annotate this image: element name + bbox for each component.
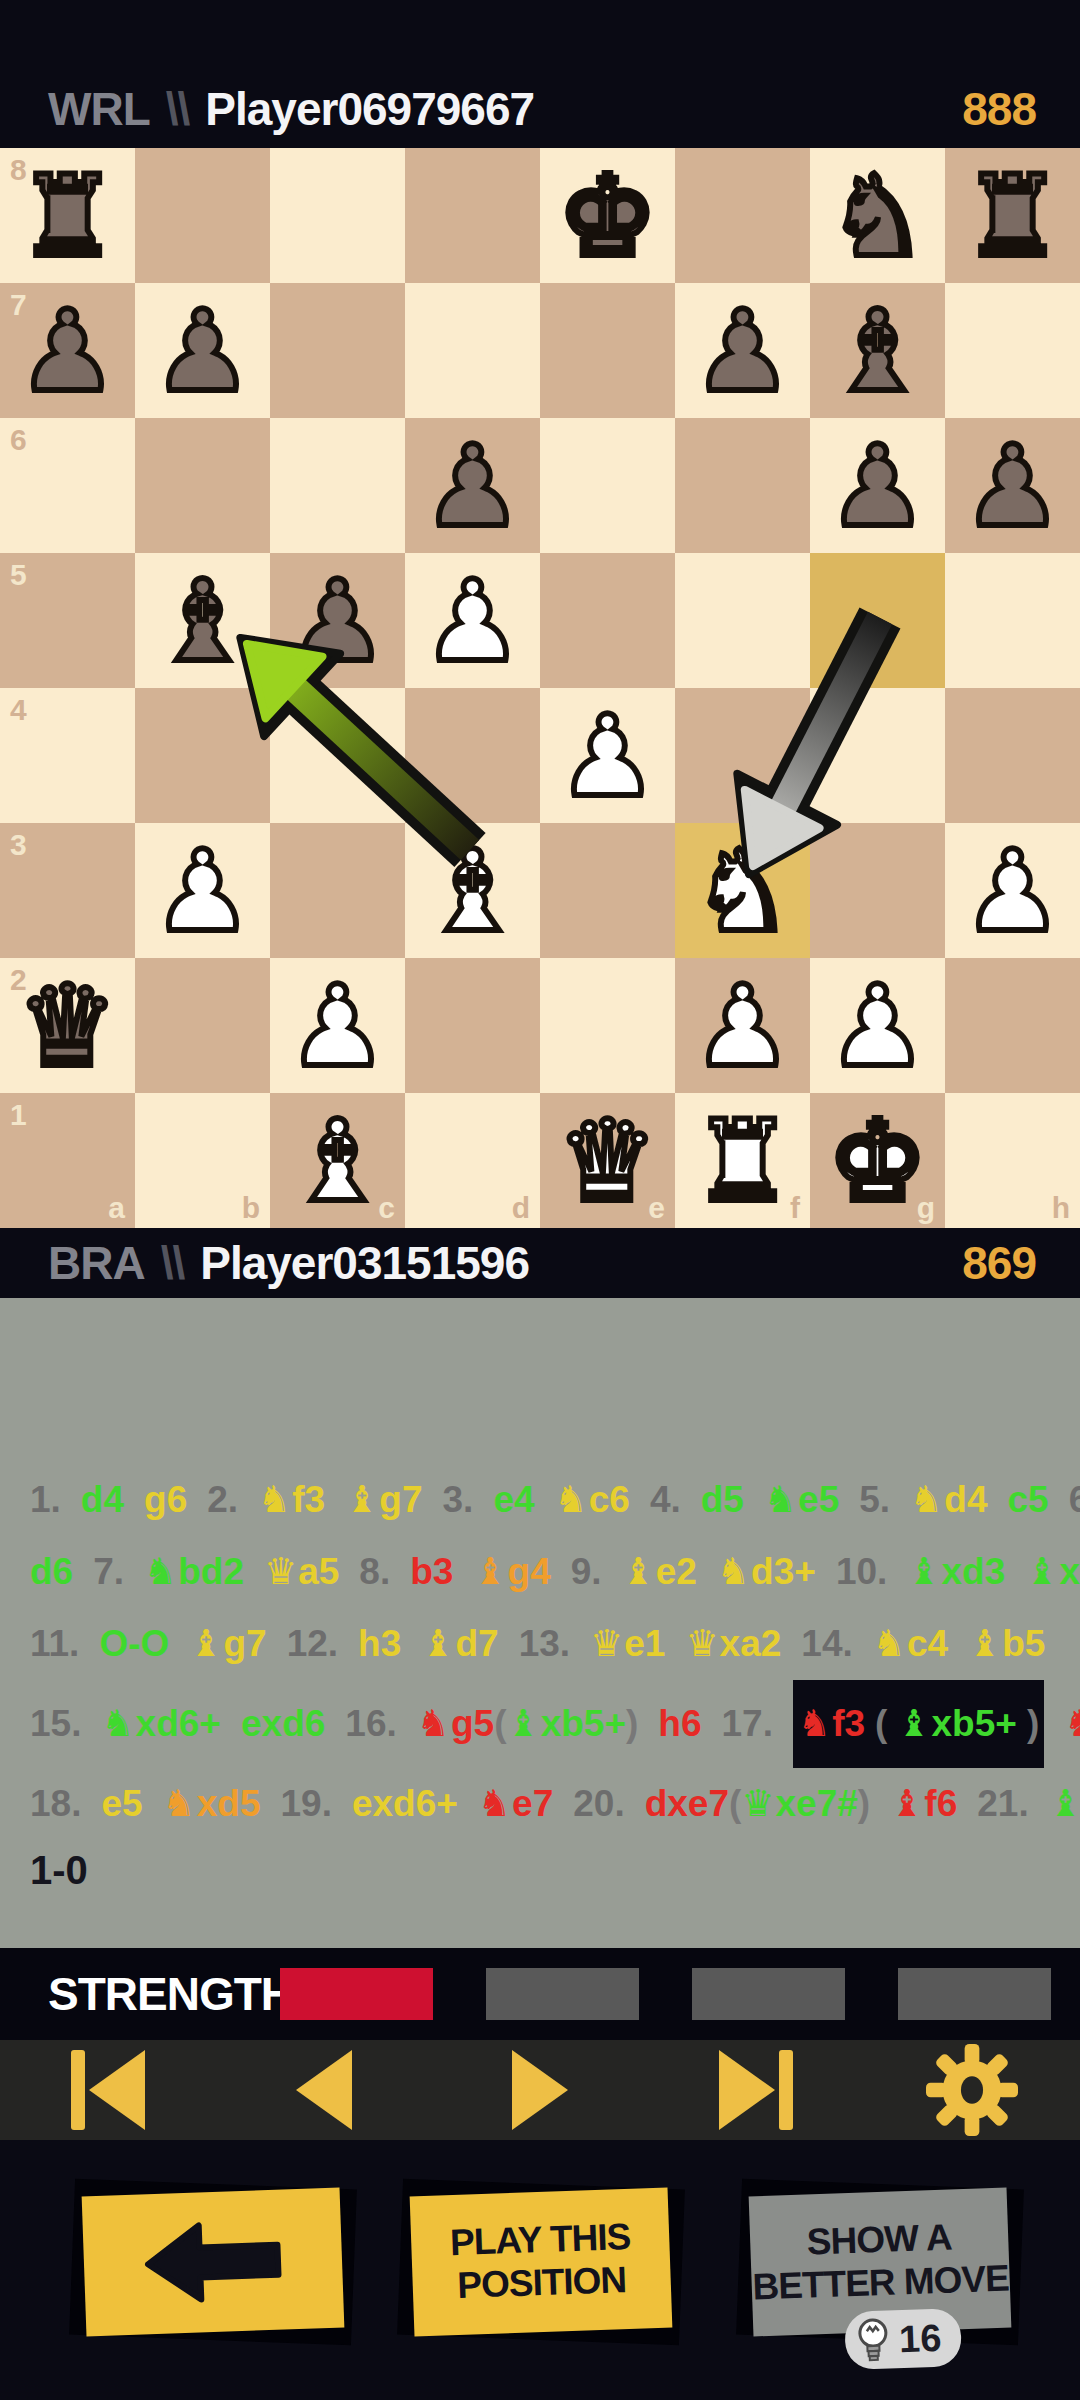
show-better-move-button[interactable]: SHOW A BETTER MOVE 16 xyxy=(751,2192,1009,2332)
square-e1[interactable]: e♛ xyxy=(540,1093,675,1228)
move-line: 15.♞xd6+exd616.♞g5(♝xb5+)h617.♞f3(♝xb5+)… xyxy=(30,1680,1050,1768)
button-label: SHOW A xyxy=(806,2217,952,2265)
move-token[interactable]: ♞d3+ xyxy=(717,1536,816,1608)
square-h6[interactable]: ♟ xyxy=(945,418,1080,553)
move-piece-icon: ♞ xyxy=(258,1478,291,1521)
move-piece-icon: ♝ xyxy=(968,1622,1001,1665)
square-d1[interactable]: d xyxy=(405,1093,540,1228)
move-token[interactable]: dxe7 xyxy=(645,1768,729,1840)
move-token[interactable]: O-O xyxy=(99,1608,169,1680)
square-f3[interactable]: ♞ xyxy=(675,823,810,958)
piece-black-bishop: ♝ xyxy=(810,283,945,418)
square-a5[interactable]: 5 xyxy=(0,553,135,688)
move-piece-icon: ♞ xyxy=(764,1478,797,1521)
square-g7[interactable]: ♝ xyxy=(810,283,945,418)
move-piece-icon: ♞ xyxy=(555,1478,588,1521)
move-piece-icon: ♝ xyxy=(622,1550,655,1593)
square-a2[interactable]: 2♛ xyxy=(0,958,135,1093)
rank-label: 4 xyxy=(10,693,27,727)
square-h4[interactable] xyxy=(945,688,1080,823)
piece-black-pawn: ♟ xyxy=(675,283,810,418)
move-token[interactable]: ♝f6 xyxy=(890,1768,957,1840)
move-piece-icon: ♞ xyxy=(163,1782,196,1825)
move-token: 1. xyxy=(30,1464,61,1536)
move-token: 3. xyxy=(443,1464,474,1536)
piece-white-pawn: ♟ xyxy=(810,958,945,1093)
first-move-icon xyxy=(71,2050,85,2130)
square-a6[interactable]: 6 xyxy=(0,418,135,553)
piece-black-knight: ♞ xyxy=(810,148,945,283)
move-piece-icon: ♞ xyxy=(144,1550,177,1593)
settings-gear-icon xyxy=(926,2044,1018,2136)
move-lines: 1.d4g62.♞f3♝g73.e4♞c64.d5♞e55.♞d4c56.♞f3… xyxy=(30,1464,1050,1840)
move-piece-icon: ♝ xyxy=(345,1478,378,1521)
square-f7[interactable]: ♟ xyxy=(675,283,810,418)
piece-black-bishop: ♝ xyxy=(135,553,270,688)
square-a7[interactable]: 7♟ xyxy=(0,283,135,418)
move-token[interactable]: ♞c4 xyxy=(873,1608,948,1680)
playback-controls xyxy=(0,2040,1080,2140)
top-player-bar: WRL \\ Player06979667 888 xyxy=(0,0,1080,148)
move-token[interactable]: ♞e7 xyxy=(478,1768,553,1840)
last-move-icon xyxy=(719,2050,775,2130)
square-d7[interactable] xyxy=(405,283,540,418)
square-g1[interactable]: g♚ xyxy=(810,1093,945,1228)
move-line: d67.♞bd2♛a58.b3♝g49.♝e2♞d3+10.♝xd3♝xa1 xyxy=(30,1536,1050,1608)
file-label: a xyxy=(108,1191,125,1225)
strength-segments xyxy=(280,1968,1051,2020)
next-move-button[interactable] xyxy=(432,2040,648,2140)
previous-move-icon xyxy=(296,2050,352,2130)
move-token[interactable]: ♝b5 xyxy=(968,1608,1045,1680)
move-token[interactable]: b3 xyxy=(410,1536,453,1608)
move-token: 21. xyxy=(977,1768,1028,1840)
square-c3[interactable] xyxy=(270,823,405,958)
square-a1[interactable]: 1a xyxy=(0,1093,135,1228)
move-token[interactable]: g6 xyxy=(144,1464,187,1536)
square-f4[interactable] xyxy=(675,688,810,823)
move-piece-icon: ♞ xyxy=(910,1478,943,1521)
move-token: 7. xyxy=(93,1536,124,1608)
move-piece-icon: ♞ xyxy=(417,1702,450,1745)
chess-board[interactable]: 8♜♚♞♜7♟♟♟♝6♟♟♟5♝♟♟4♟3♟♝♞♟2♛♟♟♟1abc♝de♛f♜… xyxy=(0,148,1080,1228)
square-f8[interactable] xyxy=(675,148,810,283)
button-label: POSITION xyxy=(457,2259,627,2307)
move-piece-icon: ♝ xyxy=(473,1550,506,1593)
action-buttons: PLAY THIS POSITION SHOW A BETTER MOVE 16 xyxy=(0,2140,1080,2400)
move-token[interactable]: h3 xyxy=(358,1608,401,1680)
move-token[interactable]: ♝g7 xyxy=(189,1608,266,1680)
move-token[interactable]: ♞c6 xyxy=(555,1464,630,1536)
square-e8[interactable]: ♚ xyxy=(540,148,675,283)
move-token: 9. xyxy=(571,1536,602,1608)
square-h2[interactable] xyxy=(945,958,1080,1093)
move-list: 1.d4g62.♞f3♝g73.e4♞c64.d5♞e55.♞d4c56.♞f3… xyxy=(0,1298,1080,1948)
move-piece-icon: ♝ xyxy=(506,1702,539,1745)
move-token: 13. xyxy=(519,1608,570,1680)
left-arrow-icon xyxy=(136,2214,289,2309)
square-c5[interactable]: ♟ xyxy=(270,553,405,688)
move-token[interactable]: ♝xb5+ xyxy=(506,1688,626,1760)
move-token[interactable]: ♞xd5 xyxy=(163,1768,261,1840)
move-token: 5. xyxy=(859,1464,890,1536)
next-move-icon xyxy=(512,2050,568,2130)
square-e2[interactable] xyxy=(540,958,675,1093)
move-token: 14. xyxy=(801,1608,852,1680)
rank-label: 3 xyxy=(10,828,27,862)
square-g2[interactable]: ♟ xyxy=(810,958,945,1093)
move-token[interactable]: h6 xyxy=(658,1688,701,1760)
move-line: 11.O-O♝g712.h3♝d713.♛e1♛xa214.♞c4♝b5 xyxy=(30,1608,1050,1680)
move-token: 11. xyxy=(30,1608,79,1680)
move-line: 18.e5♞xd519.exd6+♞e720.dxe7(♛xe7#)♝f621.… xyxy=(30,1768,1050,1840)
square-a8[interactable]: 8♜ xyxy=(0,148,135,283)
move-token[interactable]: ( xyxy=(870,1680,892,1768)
piece-black-pawn: ♟ xyxy=(810,418,945,553)
move-piece-icon: ♝ xyxy=(1025,1550,1058,1593)
piece-white-pawn: ♟ xyxy=(945,823,1080,958)
strength-segment xyxy=(280,1968,433,2020)
square-b3[interactable]: ♟ xyxy=(135,823,270,958)
square-e3[interactable] xyxy=(540,823,675,958)
hint-count: 16 xyxy=(898,2316,942,2360)
move-token: 20. xyxy=(573,1768,624,1840)
piece-black-rook: ♜ xyxy=(0,148,135,283)
move-piece-icon: ♞ xyxy=(798,1702,831,1745)
square-b4[interactable] xyxy=(135,688,270,823)
move-token: 19. xyxy=(281,1768,332,1840)
square-e7[interactable] xyxy=(540,283,675,418)
strength-label: STRENGTH xyxy=(48,1967,280,2021)
move-token[interactable]: e4 xyxy=(493,1464,534,1536)
move-piece-icon: ♝ xyxy=(1049,1782,1080,1825)
move-token[interactable]: ♞f3 xyxy=(793,1680,870,1768)
opponent-name: Player06979667 xyxy=(205,82,962,136)
piece-black-pawn: ♟ xyxy=(405,418,540,553)
strength-segment xyxy=(486,1968,639,2020)
square-b7[interactable]: ♟ xyxy=(135,283,270,418)
move-token[interactable]: ♞xd6+ xyxy=(101,1688,221,1760)
move-piece-icon: ♝ xyxy=(897,1702,930,1745)
opponent-country: WRL xyxy=(48,82,150,136)
move-piece-icon: ♛ xyxy=(590,1622,623,1665)
move-token[interactable]: ) xyxy=(1022,1680,1044,1768)
move-piece-icon: ♞ xyxy=(873,1622,906,1665)
move-token: 16. xyxy=(345,1688,396,1760)
play-this-position-button[interactable]: PLAY THIS POSITION xyxy=(412,2192,670,2332)
move-token[interactable]: d4 xyxy=(81,1464,124,1536)
last-move-button[interactable] xyxy=(648,2040,864,2140)
move-token[interactable]: exd6+ xyxy=(352,1768,458,1840)
square-h3[interactable]: ♟ xyxy=(945,823,1080,958)
square-g6[interactable]: ♟ xyxy=(810,418,945,553)
move-piece-icon: ♝ xyxy=(189,1622,222,1665)
strength-meter: STRENGTH xyxy=(0,1948,1080,2040)
square-b2[interactable] xyxy=(135,958,270,1093)
move-token[interactable]: ♞bd2 xyxy=(144,1536,244,1608)
move-token[interactable]: ♝xb5+ xyxy=(892,1680,1022,1768)
piece-black-pawn: ♟ xyxy=(0,283,135,418)
file-label: d xyxy=(512,1191,530,1225)
move-piece-icon: ♛ xyxy=(741,1782,774,1825)
square-f5[interactable] xyxy=(675,553,810,688)
square-c6[interactable] xyxy=(270,418,405,553)
square-c8[interactable] xyxy=(270,148,405,283)
move-line: 1.d4g62.♞f3♝g73.e4♞c64.d5♞e55.♞d4c56.♞f3 xyxy=(30,1464,1050,1536)
chess-app-screen: WRL \\ Player06979667 888 8♜♚♞♜7♟♟♟♝6♟♟♟… xyxy=(0,0,1080,2400)
piece-white-pawn: ♟ xyxy=(540,688,675,823)
move-token[interactable]: d6 xyxy=(30,1536,73,1608)
square-c4[interactable] xyxy=(270,688,405,823)
move-token[interactable]: ♛e1 xyxy=(590,1608,665,1680)
last-move-icon xyxy=(779,2050,793,2130)
previous-move-button[interactable] xyxy=(216,2040,432,2140)
settings-button[interactable] xyxy=(864,2040,1080,2140)
back-button[interactable] xyxy=(84,2192,342,2332)
piece-white-pawn: ♟ xyxy=(135,823,270,958)
square-h8[interactable]: ♜ xyxy=(945,148,1080,283)
square-a3[interactable]: 3 xyxy=(0,823,135,958)
square-h5[interactable] xyxy=(945,553,1080,688)
move-token[interactable]: ♝xa1 xyxy=(1025,1536,1080,1608)
player-country: BRA xyxy=(48,1236,145,1290)
piece-white-king: ♚ xyxy=(810,1093,945,1228)
piece-white-pawn: ♟ xyxy=(405,553,540,688)
square-c2[interactable]: ♟ xyxy=(270,958,405,1093)
opponent-rating: 888 xyxy=(962,82,1036,136)
piece-black-queen: ♛ xyxy=(0,958,135,1093)
square-g4[interactable] xyxy=(810,688,945,823)
move-piece-icon: ♝ xyxy=(907,1550,940,1593)
square-d6[interactable]: ♟ xyxy=(405,418,540,553)
piece-black-pawn: ♟ xyxy=(945,418,1080,553)
square-f2[interactable]: ♟ xyxy=(675,958,810,1093)
move-token[interactable]: d5 xyxy=(701,1464,744,1536)
rank-label: 6 xyxy=(10,423,27,457)
move-piece-icon: ♞ xyxy=(101,1702,134,1745)
player-name: Player03151596 xyxy=(200,1236,962,1290)
move-token[interactable]: e5 xyxy=(101,1768,142,1840)
file-label: h xyxy=(1052,1191,1070,1225)
square-b1[interactable]: b xyxy=(135,1093,270,1228)
move-piece-icon: ♞ xyxy=(717,1550,750,1593)
square-a4[interactable]: 4 xyxy=(0,688,135,823)
move-token[interactable]: ) xyxy=(626,1688,638,1760)
piece-black-pawn: ♟ xyxy=(135,283,270,418)
move-token: 17. xyxy=(722,1688,773,1760)
hint-count-badge: 16 xyxy=(844,2308,962,2370)
square-e4[interactable]: ♟ xyxy=(540,688,675,823)
move-token[interactable]: ♞f3 xyxy=(258,1464,325,1536)
strength-segment xyxy=(692,1968,845,2020)
piece-black-rook: ♜ xyxy=(945,148,1080,283)
square-h1[interactable]: h xyxy=(945,1093,1080,1228)
piece-black-pawn: ♟ xyxy=(270,553,405,688)
move-token: 18. xyxy=(30,1768,81,1840)
move-token[interactable]: ♝xb5# xyxy=(1049,1768,1080,1840)
move-token[interactable]: ♞e5 xyxy=(764,1464,839,1536)
move-token[interactable]: ♛xe7# xyxy=(741,1768,857,1840)
move-token: 8. xyxy=(359,1536,390,1608)
piece-white-queen: ♛ xyxy=(540,1093,675,1228)
piece-white-bishop: ♝ xyxy=(405,823,540,958)
rank-label: 5 xyxy=(10,558,27,592)
first-move-button[interactable] xyxy=(0,2040,216,2140)
move-piece-icon: ♞ xyxy=(1064,1702,1080,1745)
square-c7[interactable] xyxy=(270,283,405,418)
square-d2[interactable] xyxy=(405,958,540,1093)
move-token: 10. xyxy=(836,1536,887,1608)
move-token[interactable]: ♝g4 xyxy=(473,1536,550,1608)
square-h7[interactable] xyxy=(945,283,1080,418)
square-c1[interactable]: c♝ xyxy=(270,1093,405,1228)
move-token[interactable]: ♝g7 xyxy=(345,1464,422,1536)
move-token[interactable]: ♝e2 xyxy=(622,1536,697,1608)
move-token: 15. xyxy=(30,1688,81,1760)
move-token[interactable]: ♝xd3 xyxy=(907,1536,1005,1608)
move-token[interactable]: ♛xa2 xyxy=(685,1608,781,1680)
move-piece-icon: ♞ xyxy=(478,1782,511,1825)
move-piece-icon: ♝ xyxy=(421,1622,454,1665)
game-result: 1-0 xyxy=(30,1848,1050,1893)
move-token[interactable]: ( xyxy=(494,1688,506,1760)
move-piece-icon: ♝ xyxy=(890,1782,923,1825)
move-token: 2. xyxy=(207,1464,238,1536)
first-move-icon xyxy=(89,2050,145,2130)
square-g5[interactable] xyxy=(810,553,945,688)
square-b5[interactable]: ♝ xyxy=(135,553,270,688)
piece-white-knight: ♞ xyxy=(675,823,810,958)
move-token[interactable]: ( xyxy=(729,1768,741,1840)
piece-black-king: ♚ xyxy=(540,148,675,283)
square-b8[interactable] xyxy=(135,148,270,283)
move-token: 4. xyxy=(650,1464,681,1536)
bottom-player-bar: BRA \\ Player03151596 869 xyxy=(0,1228,1080,1298)
piece-white-pawn: ♟ xyxy=(675,958,810,1093)
lightbulb-icon xyxy=(854,2316,892,2363)
separator: \\ xyxy=(161,1236,185,1290)
square-g3[interactable] xyxy=(810,823,945,958)
button-label: BETTER MOVE xyxy=(752,2258,1010,2309)
button-label: PLAY THIS xyxy=(449,2216,631,2265)
move-token[interactable]: ♞f6 xyxy=(1064,1688,1080,1760)
move-token[interactable]: exd6 xyxy=(241,1688,325,1760)
player-rating: 869 xyxy=(962,1236,1036,1290)
square-b6[interactable] xyxy=(135,418,270,553)
move-token[interactable]: c5 xyxy=(1007,1464,1048,1536)
move-token[interactable]: ) xyxy=(858,1768,870,1840)
square-e5[interactable] xyxy=(540,553,675,688)
square-d3[interactable]: ♝ xyxy=(405,823,540,958)
square-d8[interactable] xyxy=(405,148,540,283)
move-piece-icon: ♛ xyxy=(685,1622,718,1665)
move-token[interactable]: ♝d7 xyxy=(421,1608,498,1680)
move-token: 12. xyxy=(287,1608,338,1680)
move-token[interactable]: ♞d4 xyxy=(910,1464,987,1536)
move-token: 6. xyxy=(1069,1464,1080,1536)
square-d5[interactable]: ♟ xyxy=(405,553,540,688)
rank-label: 1 xyxy=(10,1098,27,1132)
separator: \\ xyxy=(166,82,190,136)
move-token[interactable]: ♛a5 xyxy=(264,1536,339,1608)
square-d4[interactable] xyxy=(405,688,540,823)
square-g8[interactable]: ♞ xyxy=(810,148,945,283)
file-label: b xyxy=(242,1191,260,1225)
square-f1[interactable]: f♜ xyxy=(675,1093,810,1228)
square-e6[interactable] xyxy=(540,418,675,553)
move-token[interactable]: ♞g5 xyxy=(417,1688,494,1760)
move-piece-icon: ♛ xyxy=(264,1550,297,1593)
piece-white-pawn: ♟ xyxy=(270,958,405,1093)
piece-white-rook: ♜ xyxy=(675,1093,810,1228)
strength-segment xyxy=(898,1968,1051,2020)
piece-white-bishop: ♝ xyxy=(270,1093,405,1228)
square-f6[interactable] xyxy=(675,418,810,553)
